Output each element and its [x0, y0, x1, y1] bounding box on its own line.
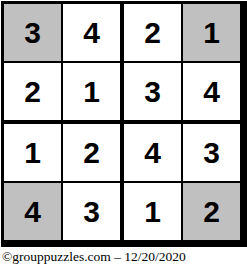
sudoku-cell-r1c2[interactable]: 4 [63, 4, 120, 61]
sudoku-cell-r4c2[interactable]: 3 [63, 183, 120, 240]
sudoku-cell-r2c2[interactable]: 1 [63, 63, 120, 120]
sudoku-page: 3421213412434312 ©grouppuzzles.com – 12/… [0, 0, 247, 269]
sudoku-cell-r1c3[interactable]: 2 [124, 4, 181, 61]
sudoku-cell-r3c4[interactable]: 3 [183, 124, 240, 181]
sudoku-cell-r3c2[interactable]: 2 [63, 124, 120, 181]
sudoku-cell-r4c4[interactable]: 2 [183, 183, 240, 240]
sudoku-cell-r2c4[interactable]: 4 [183, 63, 240, 120]
sudoku-cell-r2c1[interactable]: 2 [4, 63, 61, 120]
sudoku-cell-r2c3[interactable]: 3 [124, 63, 181, 120]
sudoku-board: 3421213412434312 [1, 1, 247, 247]
sudoku-cell-r1c4[interactable]: 1 [183, 4, 240, 61]
sudoku-cell-r3c3[interactable]: 4 [124, 124, 181, 181]
copyright-footer: ©grouppuzzles.com – 12/20/2020 [2, 249, 245, 265]
sudoku-cell-r3c1[interactable]: 1 [4, 124, 61, 181]
sudoku-cell-r4c1[interactable]: 4 [4, 183, 61, 240]
sudoku-cell-r4c3[interactable]: 1 [124, 183, 181, 240]
sudoku-cell-r1c1[interactable]: 3 [4, 4, 61, 61]
